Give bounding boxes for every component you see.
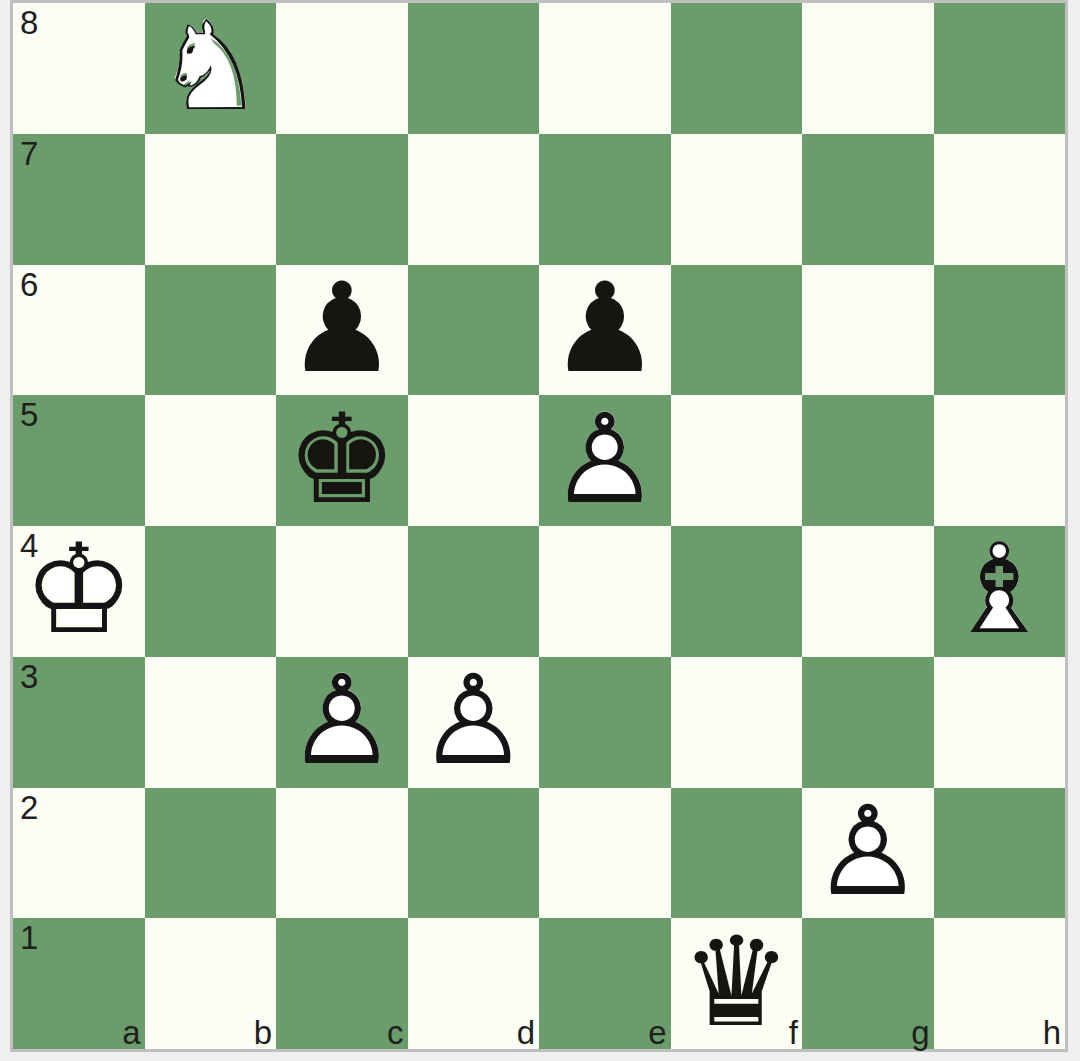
square-h7[interactable]	[934, 134, 1066, 265]
square-g3[interactable]	[802, 657, 934, 788]
black-pawn-glyph: ♟	[549, 265, 660, 389]
white-pawn-glyph-outline: ♙	[286, 658, 397, 782]
square-e8[interactable]	[539, 3, 671, 134]
square-d5[interactable]	[408, 395, 540, 526]
black-king-glyph: ♚	[286, 396, 397, 520]
square-g8[interactable]	[802, 3, 934, 134]
white-pawn-glyph-outline: ♙	[812, 788, 923, 912]
square-g5[interactable]	[802, 395, 934, 526]
rank-label-7: 7	[20, 137, 38, 170]
square-a6[interactable]: 6	[13, 265, 145, 396]
square-h1[interactable]: h	[934, 918, 1066, 1049]
square-e4[interactable]	[539, 526, 671, 657]
rank-label-5: 5	[20, 398, 38, 431]
rank-label-2: 2	[20, 791, 38, 824]
square-c3[interactable]: ♟♙	[276, 657, 408, 788]
square-a2[interactable]: 2	[13, 788, 145, 919]
square-e3[interactable]	[539, 657, 671, 788]
rank-label-6: 6	[20, 268, 38, 301]
rank-label-8: 8	[20, 6, 38, 39]
square-g6[interactable]	[802, 265, 934, 396]
square-c5[interactable]: ♚	[276, 395, 408, 526]
square-d3[interactable]: ♟♙	[408, 657, 540, 788]
white-pawn-piece[interactable]: ♟♙	[408, 657, 540, 788]
white-king-glyph-fill: ♚	[23, 527, 134, 651]
white-bishop-glyph-outline: ♗	[944, 527, 1055, 651]
square-f4[interactable]	[671, 526, 803, 657]
white-knight-glyph-fill: ♞	[155, 4, 266, 128]
square-b5[interactable]	[145, 395, 277, 526]
white-bishop-glyph-fill: ♝	[944, 527, 1055, 651]
white-pawn-piece[interactable]: ♟♙	[539, 395, 671, 526]
black-king-piece[interactable]: ♚	[276, 395, 408, 526]
square-a1[interactable]: 1a	[13, 918, 145, 1049]
white-knight-glyph-outline: ♘	[155, 4, 266, 128]
square-h2[interactable]	[934, 788, 1066, 919]
square-b7[interactable]	[145, 134, 277, 265]
square-a4[interactable]: 4♚♔	[13, 526, 145, 657]
square-f8[interactable]	[671, 3, 803, 134]
square-g4[interactable]	[802, 526, 934, 657]
square-b8[interactable]: ♞♘	[145, 3, 277, 134]
square-h4[interactable]: ♝♗	[934, 526, 1066, 657]
square-e7[interactable]	[539, 134, 671, 265]
square-g1[interactable]: g	[802, 918, 934, 1049]
white-king-piece[interactable]: ♚♔	[13, 526, 145, 657]
square-f1[interactable]: f♛	[671, 918, 803, 1049]
white-pawn-glyph-fill: ♟	[418, 658, 529, 782]
square-f7[interactable]	[671, 134, 803, 265]
square-d7[interactable]	[408, 134, 540, 265]
square-d6[interactable]	[408, 265, 540, 396]
square-c7[interactable]	[276, 134, 408, 265]
file-label-c: c	[387, 1016, 404, 1049]
white-pawn-glyph-outline: ♙	[418, 658, 529, 782]
square-e6[interactable]: ♟	[539, 265, 671, 396]
black-queen-piece[interactable]: ♛	[671, 918, 803, 1049]
square-b4[interactable]	[145, 526, 277, 657]
square-a3[interactable]: 3	[13, 657, 145, 788]
square-g7[interactable]	[802, 134, 934, 265]
black-queen-glyph: ♛	[681, 919, 792, 1043]
white-pawn-glyph-outline: ♙	[549, 396, 660, 520]
square-h6[interactable]	[934, 265, 1066, 396]
white-knight-piece[interactable]: ♞♘	[145, 3, 277, 134]
square-e5[interactable]: ♟♙	[539, 395, 671, 526]
square-b2[interactable]	[145, 788, 277, 919]
black-pawn-glyph: ♟	[286, 265, 397, 389]
white-pawn-piece[interactable]: ♟♙	[276, 657, 408, 788]
white-pawn-piece[interactable]: ♟♙	[802, 788, 934, 919]
black-pawn-piece[interactable]: ♟	[276, 265, 408, 396]
square-a5[interactable]: 5	[13, 395, 145, 526]
chess-board: 8♞♘76♟♟5♚♟♙4♚♔♝♗3♟♙♟♙2♟♙1abcdef♛gh	[10, 0, 1068, 1052]
square-d1[interactable]: d	[408, 918, 540, 1049]
square-h8[interactable]	[934, 3, 1066, 134]
square-d2[interactable]	[408, 788, 540, 919]
square-b1[interactable]: b	[145, 918, 277, 1049]
square-c4[interactable]	[276, 526, 408, 657]
square-a7[interactable]: 7	[13, 134, 145, 265]
file-label-h: h	[1043, 1016, 1061, 1049]
square-c8[interactable]	[276, 3, 408, 134]
square-f3[interactable]	[671, 657, 803, 788]
white-pawn-glyph-fill: ♟	[286, 658, 397, 782]
square-c2[interactable]	[276, 788, 408, 919]
square-h3[interactable]	[934, 657, 1066, 788]
white-pawn-glyph-fill: ♟	[549, 396, 660, 520]
square-h5[interactable]	[934, 395, 1066, 526]
square-b3[interactable]	[145, 657, 277, 788]
black-pawn-piece[interactable]: ♟	[539, 265, 671, 396]
square-f6[interactable]	[671, 265, 803, 396]
square-b6[interactable]	[145, 265, 277, 396]
file-label-b: b	[254, 1016, 272, 1049]
rank-label-3: 3	[20, 660, 38, 693]
square-g2[interactable]: ♟♙	[802, 788, 934, 919]
rank-label-1: 1	[20, 921, 38, 954]
square-d8[interactable]	[408, 3, 540, 134]
white-king-glyph-outline: ♔	[23, 527, 134, 651]
square-e2[interactable]	[539, 788, 671, 919]
white-bishop-piece[interactable]: ♝♗	[934, 526, 1066, 657]
square-c6[interactable]: ♟	[276, 265, 408, 396]
square-e1[interactable]: e	[539, 918, 671, 1049]
file-label-e: e	[648, 1016, 666, 1049]
square-a8[interactable]: 8	[13, 3, 145, 134]
file-label-g: g	[911, 1016, 929, 1049]
square-c1[interactable]: c	[276, 918, 408, 1049]
white-pawn-glyph-fill: ♟	[812, 788, 923, 912]
file-label-a: a	[122, 1016, 140, 1049]
square-d4[interactable]	[408, 526, 540, 657]
file-label-d: d	[517, 1016, 535, 1049]
square-f5[interactable]	[671, 395, 803, 526]
square-f2[interactable]	[671, 788, 803, 919]
